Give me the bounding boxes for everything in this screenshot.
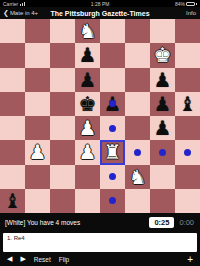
player-timer: 0:25 xyxy=(149,217,174,228)
square-a1[interactable]: ♝ xyxy=(0,189,25,213)
opponent-timer: 0:00 xyxy=(179,218,194,227)
step-back-icon[interactable]: ◀ xyxy=(7,255,12,263)
page-title: The Pittsburgh Gazette-Times xyxy=(0,10,200,17)
black-pawn[interactable]: ♟ xyxy=(75,43,100,67)
black-pawn[interactable]: ♟ xyxy=(75,68,100,92)
square-a6[interactable] xyxy=(0,68,25,92)
move-text: 1. Re4 xyxy=(7,235,25,241)
square-c8[interactable] xyxy=(50,19,75,43)
square-e8[interactable] xyxy=(100,19,125,43)
white-knight[interactable]: ♞ xyxy=(75,19,100,43)
square-c7[interactable] xyxy=(50,43,75,67)
square-e6[interactable] xyxy=(100,68,125,92)
app-screen: Carrier 1:28 PM 84% ❮ Mate in 4+ The Pit… xyxy=(0,0,200,266)
square-c1[interactable] xyxy=(50,189,75,213)
square-f3[interactable] xyxy=(125,140,150,164)
square-h7[interactable] xyxy=(175,43,200,67)
status-strip: [White] You have 4 moves 0:25 0:00 xyxy=(0,213,200,232)
flip-button[interactable]: Flip xyxy=(59,256,69,263)
square-c6[interactable] xyxy=(50,68,75,92)
signal-icon xyxy=(20,2,25,6)
square-g5[interactable]: ♟ xyxy=(150,92,175,116)
square-e3[interactable]: ♜ xyxy=(100,140,125,164)
status-bar: Carrier 1:28 PM 84% xyxy=(0,0,200,7)
square-a5[interactable] xyxy=(0,92,25,116)
info-button[interactable]: Info xyxy=(186,10,196,16)
black-bishop[interactable]: ♝ xyxy=(0,189,25,213)
square-b5[interactable] xyxy=(25,92,50,116)
square-d4[interactable]: ♟ xyxy=(75,116,100,140)
square-f8[interactable] xyxy=(125,19,150,43)
legal-move-dot[interactable] xyxy=(109,197,116,204)
square-h1[interactable] xyxy=(175,189,200,213)
clock-label: 1:28 PM xyxy=(91,1,110,7)
square-f6[interactable] xyxy=(125,68,150,92)
square-d1[interactable] xyxy=(75,189,100,213)
square-a3[interactable] xyxy=(0,140,25,164)
square-d7[interactable]: ♟ xyxy=(75,43,100,67)
legal-move-dot[interactable] xyxy=(184,149,191,156)
square-g7[interactable]: ♚ xyxy=(150,43,175,67)
black-pawn[interactable]: ♟ xyxy=(150,68,175,92)
square-b4[interactable] xyxy=(25,116,50,140)
square-h2[interactable] xyxy=(175,165,200,189)
square-g4[interactable]: ♟ xyxy=(150,116,175,140)
square-e7[interactable] xyxy=(100,43,125,67)
white-pawn[interactable]: ♟ xyxy=(25,140,50,164)
square-e5[interactable]: ♟ xyxy=(100,92,125,116)
white-king[interactable]: ♚ xyxy=(150,43,175,67)
square-c3[interactable] xyxy=(50,140,75,164)
square-e1[interactable] xyxy=(100,189,125,213)
black-bishop[interactable]: ♝ xyxy=(175,92,200,116)
legal-move-dot[interactable] xyxy=(159,149,166,156)
square-f4[interactable] xyxy=(125,116,150,140)
reset-button[interactable]: Reset xyxy=(34,256,51,263)
square-d5[interactable]: ♚ xyxy=(75,92,100,116)
square-d6[interactable]: ♟ xyxy=(75,68,100,92)
legal-move-dot[interactable] xyxy=(134,149,141,156)
battery-icon xyxy=(186,2,195,6)
square-g8[interactable] xyxy=(150,19,175,43)
square-d8[interactable]: ♞ xyxy=(75,19,100,43)
add-button[interactable]: + xyxy=(187,254,193,265)
square-b7[interactable] xyxy=(25,43,50,67)
square-f1[interactable] xyxy=(125,189,150,213)
square-h6[interactable] xyxy=(175,68,200,92)
square-f5[interactable] xyxy=(125,92,150,116)
square-c2[interactable] xyxy=(50,165,75,189)
square-b6[interactable] xyxy=(25,68,50,92)
square-a7[interactable] xyxy=(0,43,25,67)
legal-move-dot[interactable] xyxy=(109,125,116,132)
square-a8[interactable] xyxy=(0,19,25,43)
square-e2[interactable] xyxy=(100,165,125,189)
square-h8[interactable] xyxy=(175,19,200,43)
square-h5[interactable]: ♝ xyxy=(175,92,200,116)
square-c5[interactable] xyxy=(50,92,75,116)
battery-percent: 84% xyxy=(175,1,185,7)
square-e4[interactable] xyxy=(100,116,125,140)
step-forward-icon[interactable]: ▶ xyxy=(20,255,25,263)
square-h3[interactable] xyxy=(175,140,200,164)
square-g3[interactable] xyxy=(150,140,175,164)
square-g2[interactable] xyxy=(150,165,175,189)
turn-message: [White] You have 4 moves xyxy=(5,219,149,226)
white-knight[interactable]: ♞ xyxy=(125,165,150,189)
white-pawn[interactable]: ♟ xyxy=(75,116,100,140)
bottom-toolbar: ◀ ▶ Reset Flip + xyxy=(0,252,200,266)
nav-bar: ❮ Mate in 4+ The Pittsburgh Gazette-Time… xyxy=(0,7,200,19)
square-b1[interactable] xyxy=(25,189,50,213)
square-f7[interactable] xyxy=(125,43,150,67)
square-f2[interactable]: ♞ xyxy=(125,165,150,189)
black-pawn[interactable]: ♟ xyxy=(150,92,175,116)
square-a4[interactable] xyxy=(0,116,25,140)
square-a2[interactable] xyxy=(0,165,25,189)
square-g6[interactable]: ♟ xyxy=(150,68,175,92)
black-pawn[interactable]: ♟ xyxy=(150,116,175,140)
move-list: 1. Re4 xyxy=(3,233,197,252)
square-b2[interactable] xyxy=(25,165,50,189)
square-c4[interactable] xyxy=(50,116,75,140)
chess-board[interactable]: ♞♟♚♟♟♚♟♟♝♟♟♟♟♜♞♝ xyxy=(0,19,200,213)
legal-move-dot[interactable] xyxy=(109,173,116,180)
black-king[interactable]: ♚ xyxy=(75,92,100,116)
white-pawn[interactable]: ♟ xyxy=(75,140,100,164)
square-b8[interactable] xyxy=(25,19,50,43)
square-d2[interactable] xyxy=(75,165,100,189)
white-rook[interactable]: ♜ xyxy=(100,140,125,164)
carrier-label: Carrier xyxy=(3,1,18,7)
square-h4[interactable] xyxy=(175,116,200,140)
square-g1[interactable] xyxy=(150,189,175,213)
square-b3[interactable]: ♟ xyxy=(25,140,50,164)
square-d3[interactable]: ♟ xyxy=(75,140,100,164)
